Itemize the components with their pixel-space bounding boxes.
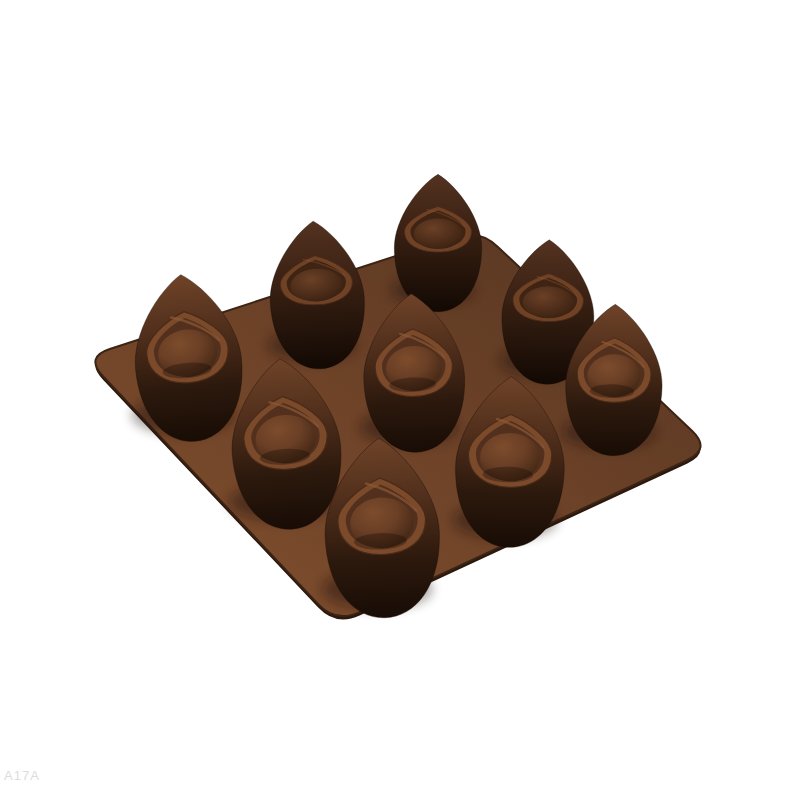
watermark-text: A17A [4,768,40,783]
product-image [0,0,800,800]
product-photo-canvas: A17A [0,0,800,800]
cavity-row1-col3 [394,174,481,311]
